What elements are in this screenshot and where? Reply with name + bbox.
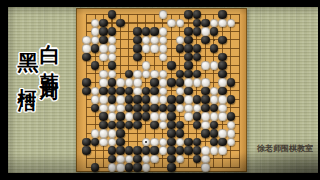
black-stone: [150, 78, 158, 86]
go-board: [76, 8, 247, 172]
black-stone: [167, 163, 175, 171]
black-stone: [176, 78, 184, 86]
white-stone: [150, 138, 158, 146]
black-stone: [116, 129, 124, 137]
last-move-marker: [145, 141, 148, 144]
black-stone: [133, 112, 141, 120]
white-stone: [218, 78, 226, 86]
black-stone: [218, 10, 226, 18]
white-stone: [159, 10, 167, 18]
black-stone: [201, 95, 209, 103]
black-stone: [142, 27, 150, 35]
white-stone: [116, 78, 124, 86]
white-stone: [227, 129, 235, 137]
black-stone: [193, 27, 201, 35]
black-stone: [193, 10, 201, 18]
black-stone: [184, 27, 192, 35]
white-stone: [210, 61, 218, 69]
black-stone: [133, 44, 141, 52]
white-stone: [133, 87, 141, 95]
white-stone: [108, 163, 116, 171]
white-stone: [167, 19, 175, 27]
black-stone: [133, 104, 141, 112]
white-stone: [99, 70, 107, 78]
black-stone: [167, 138, 175, 146]
black-stone: [91, 44, 99, 52]
black-stone: [116, 138, 124, 146]
black-stone: [99, 19, 107, 27]
black-stone: [142, 95, 150, 103]
black-stone: [184, 61, 192, 69]
white-stone: [99, 138, 107, 146]
white-stone: [201, 163, 209, 171]
white-stone: [201, 146, 209, 154]
white-stone: [210, 146, 218, 154]
black-stone: [218, 70, 226, 78]
white-stone: [108, 129, 116, 137]
black-stone: [167, 104, 175, 112]
black-stone: [201, 19, 209, 27]
white-stone: [218, 146, 226, 154]
black-stone: [193, 95, 201, 103]
black-stone: [133, 95, 141, 103]
white-stone: [218, 19, 226, 27]
white-stone: [184, 112, 192, 120]
black-stone: [227, 78, 235, 86]
white-stone: [91, 27, 99, 35]
black-stone: [184, 44, 192, 52]
black-stone: [108, 61, 116, 69]
white-stone: [159, 78, 167, 86]
white-stone: [99, 44, 107, 52]
white-stone: [210, 112, 218, 120]
black-stone: [150, 121, 158, 129]
black-stone: [176, 129, 184, 137]
white-stone: [116, 163, 124, 171]
black-stone: [116, 112, 124, 120]
white-stone: [142, 163, 150, 171]
black-player-name: 柯洁: [15, 73, 41, 81]
tatami-background: 白 韩升周 黑 柯洁 徐老师围棋教室: [8, 7, 318, 173]
black-stone: [201, 129, 209, 137]
black-stone: [184, 70, 192, 78]
black-stone: [150, 146, 158, 154]
white-stone: [116, 104, 124, 112]
white-stone: [159, 146, 167, 154]
black-stone: [133, 155, 141, 163]
black-stone: [227, 112, 235, 120]
white-stone: [142, 61, 150, 69]
black-stone: [133, 53, 141, 61]
white-stone: [218, 95, 226, 103]
black-stone: [108, 95, 116, 103]
white-stone: [82, 36, 90, 44]
black-stone: [201, 87, 209, 95]
white-stone: [201, 27, 209, 35]
black-stone: [125, 95, 133, 103]
black-stone: [133, 121, 141, 129]
black-stone: [167, 155, 175, 163]
white-stone: [150, 112, 158, 120]
black-stone: [108, 146, 116, 154]
white-stone: [218, 129, 226, 137]
black-stone: [201, 36, 209, 44]
black-stone: [167, 121, 175, 129]
black-stone: [91, 163, 99, 171]
white-stone: [142, 44, 150, 52]
white-stone: [99, 104, 107, 112]
black-stone: [218, 87, 226, 95]
black-stone: [125, 163, 133, 171]
black-stone: [218, 61, 226, 69]
hoshi-point: [213, 39, 215, 41]
white-stone: [116, 95, 124, 103]
black-stone: [201, 104, 209, 112]
black-stone: [150, 104, 158, 112]
black-stone: [99, 121, 107, 129]
black-stone: [82, 53, 90, 61]
black-stone: [210, 44, 218, 52]
white-stone: [116, 155, 124, 163]
black-stone: [133, 36, 141, 44]
black-stone: [108, 78, 116, 86]
black-stone: [210, 27, 218, 35]
black-stone: [142, 112, 150, 120]
white-stone: [159, 27, 167, 35]
black-stone: [184, 146, 192, 154]
white-stone: [108, 112, 116, 120]
white-stone: [201, 121, 209, 129]
white-stone: [82, 44, 90, 52]
black-stone: [176, 95, 184, 103]
black-stone: [218, 53, 226, 61]
white-stone: [184, 104, 192, 112]
white-stone: [159, 112, 167, 120]
black-stone: [82, 78, 90, 86]
black-stone: [108, 10, 116, 18]
black-stone: [116, 19, 124, 27]
black-stone: [99, 112, 107, 120]
white-stone: [108, 44, 116, 52]
white-stone: [133, 78, 141, 86]
black-stone: [99, 87, 107, 95]
white-stone: [159, 95, 167, 103]
white-stone: [201, 112, 209, 120]
black-stone: [184, 10, 192, 18]
black-stone: [167, 95, 175, 103]
white-stone: [125, 78, 133, 86]
video-thumbnail-frame: 白 韩升周 黑 柯洁 徐老师围棋教室: [0, 0, 320, 180]
white-stone: [201, 155, 209, 163]
white-stone: [193, 78, 201, 86]
white-stone: [99, 129, 107, 137]
white-stone: [91, 129, 99, 137]
black-stone: [167, 112, 175, 120]
black-stone: [184, 138, 192, 146]
black-stone: [184, 87, 192, 95]
black-stone: [142, 146, 150, 154]
white-stone: [184, 95, 192, 103]
white-stone: [150, 44, 158, 52]
white-stone: [150, 155, 158, 163]
black-stone: [218, 138, 226, 146]
white-stone: [99, 78, 107, 86]
white-stone: [201, 78, 209, 86]
black-stone: [82, 138, 90, 146]
black-stone: [218, 36, 226, 44]
white-player-name: 韩升周: [37, 57, 63, 72]
white-stone: [210, 95, 218, 103]
black-stone: [184, 36, 192, 44]
black-stone: [133, 163, 141, 171]
black-stone: [167, 61, 175, 69]
black-stone: [99, 27, 107, 35]
white-stone: [159, 44, 167, 52]
black-stone: [167, 78, 175, 86]
white-stone: [218, 104, 226, 112]
black-stone: [167, 146, 175, 154]
black-stone: [150, 87, 158, 95]
black-stone: [133, 146, 141, 154]
black-stone: [176, 146, 184, 154]
black-stone: [116, 121, 124, 129]
black-stone: [193, 44, 201, 52]
black-stone: [227, 95, 235, 103]
white-stone: [150, 70, 158, 78]
white-stone: [99, 53, 107, 61]
white-stone: [150, 95, 158, 103]
black-stone: [176, 44, 184, 52]
black-stone: [99, 36, 107, 44]
black-stone: [82, 87, 90, 95]
black-stone: [193, 146, 201, 154]
black-stone: [193, 112, 201, 120]
black-stone: [184, 53, 192, 61]
white-stone: [125, 112, 133, 120]
white-stone: [184, 78, 192, 86]
black-stone: [108, 27, 116, 35]
black-stone: [150, 27, 158, 35]
black-stone: [82, 146, 90, 154]
white-stone: [133, 70, 141, 78]
white-stone: [201, 61, 209, 69]
black-stone: [116, 87, 124, 95]
white-stone: [99, 95, 107, 103]
black-stone: [133, 27, 141, 35]
white-stone: [150, 36, 158, 44]
white-stone: [218, 112, 226, 120]
white-stone: [91, 95, 99, 103]
black-stone: [125, 146, 133, 154]
black-stone: [91, 61, 99, 69]
black-stone: [210, 129, 218, 137]
black-stone: [116, 146, 124, 154]
watermark-text: 徐老师围棋教室: [257, 143, 313, 154]
black-stone: [167, 129, 175, 137]
